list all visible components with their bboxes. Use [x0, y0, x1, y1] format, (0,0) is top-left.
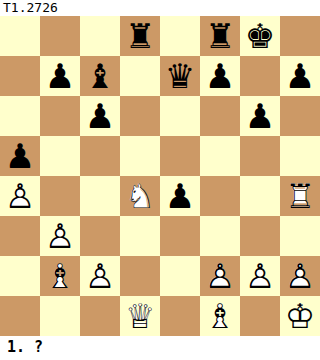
- white-pawn-piece[interactable]: ♟♙: [0, 176, 40, 216]
- white-piece-outline: ♙: [0, 176, 40, 216]
- square-c6[interactable]: ♟: [80, 96, 120, 136]
- square-h6[interactable]: [280, 96, 320, 136]
- black-pawn-piece[interactable]: ♟: [160, 176, 200, 216]
- chess-board: ♜♜♚♟♝♛♟♟♟♟♟♟♙♞♘♟♜♖♟♙♝♗♟♙♟♙♟♙♟♙♛♕♝♗♚♔: [0, 16, 320, 336]
- black-bishop-piece[interactable]: ♝: [80, 56, 120, 96]
- square-e3[interactable]: [160, 216, 200, 256]
- square-g4[interactable]: [240, 176, 280, 216]
- square-e1[interactable]: [160, 296, 200, 336]
- square-h5[interactable]: [280, 136, 320, 176]
- square-g3[interactable]: [240, 216, 280, 256]
- white-piece-outline: ♔: [280, 296, 320, 336]
- square-f4[interactable]: [200, 176, 240, 216]
- square-c5[interactable]: [80, 136, 120, 176]
- square-g6[interactable]: ♟: [240, 96, 280, 136]
- square-h2[interactable]: ♟♙: [280, 256, 320, 296]
- square-e2[interactable]: [160, 256, 200, 296]
- white-pawn-piece[interactable]: ♟♙: [40, 216, 80, 256]
- square-b7[interactable]: ♟: [40, 56, 80, 96]
- square-b4[interactable]: [40, 176, 80, 216]
- square-a6[interactable]: [0, 96, 40, 136]
- white-piece-outline: ♗: [40, 256, 80, 296]
- square-a7[interactable]: [0, 56, 40, 96]
- square-e7[interactable]: ♛: [160, 56, 200, 96]
- black-pawn-piece[interactable]: ♟: [280, 56, 320, 96]
- square-c3[interactable]: [80, 216, 120, 256]
- square-b1[interactable]: [40, 296, 80, 336]
- square-c1[interactable]: [80, 296, 120, 336]
- square-h7[interactable]: ♟: [280, 56, 320, 96]
- white-king-piece[interactable]: ♚♔: [280, 296, 320, 336]
- square-b3[interactable]: ♟♙: [40, 216, 80, 256]
- white-pawn-piece[interactable]: ♟♙: [80, 256, 120, 296]
- square-b6[interactable]: [40, 96, 80, 136]
- square-f2[interactable]: ♟♙: [200, 256, 240, 296]
- square-e5[interactable]: [160, 136, 200, 176]
- square-g1[interactable]: [240, 296, 280, 336]
- black-queen-piece[interactable]: ♛: [160, 56, 200, 96]
- square-d2[interactable]: [120, 256, 160, 296]
- white-piece-outline: ♙: [200, 256, 240, 296]
- square-e8[interactable]: [160, 16, 200, 56]
- white-piece-outline: ♙: [80, 256, 120, 296]
- square-g2[interactable]: ♟♙: [240, 256, 280, 296]
- square-g5[interactable]: [240, 136, 280, 176]
- white-piece-outline: ♕: [120, 296, 160, 336]
- black-king-piece[interactable]: ♚: [240, 16, 280, 56]
- square-d6[interactable]: [120, 96, 160, 136]
- square-a1[interactable]: [0, 296, 40, 336]
- black-pawn-piece[interactable]: ♟: [0, 136, 40, 176]
- square-a2[interactable]: [0, 256, 40, 296]
- black-pawn-piece[interactable]: ♟: [80, 96, 120, 136]
- black-rook-piece[interactable]: ♜: [120, 16, 160, 56]
- square-g7[interactable]: [240, 56, 280, 96]
- square-b8[interactable]: [40, 16, 80, 56]
- square-f7[interactable]: ♟: [200, 56, 240, 96]
- white-piece-outline: ♗: [200, 296, 240, 336]
- square-h3[interactable]: [280, 216, 320, 256]
- square-d3[interactable]: [120, 216, 160, 256]
- black-pawn-piece[interactable]: ♟: [240, 96, 280, 136]
- square-f5[interactable]: [200, 136, 240, 176]
- square-b2[interactable]: ♝♗: [40, 256, 80, 296]
- square-f6[interactable]: [200, 96, 240, 136]
- puzzle-title: T1.2726: [0, 0, 320, 16]
- square-h4[interactable]: ♜♖: [280, 176, 320, 216]
- square-f3[interactable]: [200, 216, 240, 256]
- white-pawn-piece[interactable]: ♟♙: [280, 256, 320, 296]
- black-rook-piece[interactable]: ♜: [200, 16, 240, 56]
- square-d8[interactable]: ♜: [120, 16, 160, 56]
- white-piece-outline: ♙: [280, 256, 320, 296]
- square-d1[interactable]: ♛♕: [120, 296, 160, 336]
- white-piece-outline: ♘: [120, 176, 160, 216]
- white-pawn-piece[interactable]: ♟♙: [200, 256, 240, 296]
- white-bishop-piece[interactable]: ♝♗: [40, 256, 80, 296]
- white-queen-piece[interactable]: ♛♕: [120, 296, 160, 336]
- square-c7[interactable]: ♝: [80, 56, 120, 96]
- square-g8[interactable]: ♚: [240, 16, 280, 56]
- square-e4[interactable]: ♟: [160, 176, 200, 216]
- white-piece-outline: ♖: [280, 176, 320, 216]
- white-bishop-piece[interactable]: ♝♗: [200, 296, 240, 336]
- black-pawn-piece[interactable]: ♟: [200, 56, 240, 96]
- square-h1[interactable]: ♚♔: [280, 296, 320, 336]
- white-piece-outline: ♙: [40, 216, 80, 256]
- square-b5[interactable]: [40, 136, 80, 176]
- white-rook-piece[interactable]: ♜♖: [280, 176, 320, 216]
- square-c2[interactable]: ♟♙: [80, 256, 120, 296]
- black-pawn-piece[interactable]: ♟: [40, 56, 80, 96]
- white-piece-outline: ♙: [240, 256, 280, 296]
- square-c4[interactable]: [80, 176, 120, 216]
- move-prompt: 1. ?: [0, 336, 320, 360]
- square-d4[interactable]: ♞♘: [120, 176, 160, 216]
- square-f8[interactable]: ♜: [200, 16, 240, 56]
- white-pawn-piece[interactable]: ♟♙: [240, 256, 280, 296]
- square-a4[interactable]: ♟♙: [0, 176, 40, 216]
- square-a3[interactable]: [0, 216, 40, 256]
- square-c8[interactable]: [80, 16, 120, 56]
- square-d7[interactable]: [120, 56, 160, 96]
- square-d5[interactable]: [120, 136, 160, 176]
- square-e6[interactable]: [160, 96, 200, 136]
- square-a5[interactable]: ♟: [0, 136, 40, 176]
- square-a8[interactable]: [0, 16, 40, 56]
- square-f1[interactable]: ♝♗: [200, 296, 240, 336]
- square-h8[interactable]: [280, 16, 320, 56]
- white-knight-piece[interactable]: ♞♘: [120, 176, 160, 216]
